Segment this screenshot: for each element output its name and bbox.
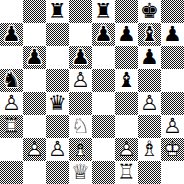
piece-white-bishop: ♝♗ [138,138,161,161]
square-h5[interactable] [161,69,184,92]
white-knight-outline-glyph: ♘ [69,115,92,138]
white-pawn-outline-glyph: ♙ [69,69,92,92]
black-pawn-fill-glyph: ♟ [115,23,138,46]
square-d1[interactable]: ♛♕ [69,161,92,184]
square-h1[interactable] [161,161,184,184]
white-pawn-outline-glyph: ♙ [46,138,69,161]
piece-white-pawn: ♟♙ [138,92,161,115]
piece-white-pawn: ♟♙ [115,138,138,161]
piece-black-queen: ♛ [46,92,69,115]
square-h4[interactable] [161,92,184,115]
piece-white-pawn: ♟♙ [69,69,92,92]
square-e1[interactable] [92,161,115,184]
square-e5[interactable] [92,69,115,92]
piece-black-pawn: ♟ [161,23,184,46]
white-king-outline-glyph: ♔ [161,138,184,161]
square-c5[interactable] [46,69,69,92]
square-e8[interactable]: ♜ [92,0,115,23]
piece-black-pawn: ♟ [138,46,161,69]
black-rook-fill-glyph: ♜ [92,0,115,23]
piece-white-king: ♚♔ [161,138,184,161]
square-b4[interactable] [23,92,46,115]
square-d5[interactable]: ♟♙ [69,69,92,92]
white-pawn-outline-glyph: ♙ [0,92,23,115]
square-f3[interactable] [115,115,138,138]
piece-black-king: ♚ [138,0,161,23]
square-a5[interactable]: ♞ [0,69,23,92]
square-b7[interactable] [23,23,46,46]
square-f2[interactable]: ♟♙ [115,138,138,161]
black-rook-fill-glyph: ♜ [46,0,69,23]
square-g2[interactable]: ♝♗ [138,138,161,161]
square-a6[interactable] [0,46,23,69]
black-pawn-fill-glyph: ♟ [161,23,184,46]
piece-black-bishop: ♝ [138,23,161,46]
black-pawn-fill-glyph: ♟ [69,46,92,69]
square-b2[interactable]: ♟♙ [23,138,46,161]
piece-white-pawn: ♟♙ [161,115,184,138]
piece-black-rook: ♜ [46,0,69,23]
piece-black-pawn: ♟ [69,46,92,69]
piece-white-queen: ♛♕ [69,161,92,184]
square-f1[interactable]: ♜♖ [115,161,138,184]
square-h6[interactable] [161,46,184,69]
white-pawn-outline-glyph: ♙ [23,138,46,161]
square-g8[interactable]: ♚ [138,0,161,23]
piece-white-pawn: ♟♙ [23,138,46,161]
black-pawn-fill-glyph: ♟ [23,46,46,69]
square-e3[interactable] [92,115,115,138]
square-f4[interactable] [115,92,138,115]
square-a7[interactable]: ♟ [0,23,23,46]
piece-black-bishop: ♝ [115,69,138,92]
piece-white-bishop: ♝♗ [69,138,92,161]
square-f6[interactable] [115,46,138,69]
white-bishop-outline-glyph: ♗ [69,138,92,161]
piece-black-rook: ♜ [92,0,115,23]
square-g5[interactable] [138,69,161,92]
square-g4[interactable]: ♟♙ [138,92,161,115]
white-pawn-outline-glyph: ♙ [138,92,161,115]
black-pawn-fill-glyph: ♟ [0,23,23,46]
square-d6[interactable]: ♟ [69,46,92,69]
piece-black-knight: ♞ [0,69,23,92]
white-bishop-outline-glyph: ♗ [138,138,161,161]
piece-black-pawn: ♟ [0,23,23,46]
square-b8[interactable] [23,0,46,23]
square-a1[interactable] [0,161,23,184]
square-d2[interactable]: ♝♗ [69,138,92,161]
square-c4[interactable]: ♛ [46,92,69,115]
black-king-fill-glyph: ♚ [138,0,161,23]
black-pawn-fill-glyph: ♟ [138,46,161,69]
square-b6[interactable]: ♟ [23,46,46,69]
white-pawn-outline-glyph: ♙ [161,115,184,138]
black-queen-fill-glyph: ♛ [46,92,69,115]
square-b3[interactable] [23,115,46,138]
piece-white-rook: ♜♖ [115,161,138,184]
piece-white-pawn: ♟♙ [0,92,23,115]
white-rook-outline-glyph: ♖ [0,115,23,138]
square-g1[interactable] [138,161,161,184]
square-a3[interactable]: ♜♖ [0,115,23,138]
square-d8[interactable] [69,0,92,23]
square-a2[interactable] [0,138,23,161]
square-c8[interactable]: ♜ [46,0,69,23]
square-h7[interactable]: ♟ [161,23,184,46]
square-c6[interactable] [46,46,69,69]
black-bishop-fill-glyph: ♝ [138,23,161,46]
piece-black-pawn: ♟ [23,46,46,69]
white-pawn-outline-glyph: ♙ [115,138,138,161]
square-d3[interactable]: ♞♘ [69,115,92,138]
square-a4[interactable]: ♟♙ [0,92,23,115]
piece-black-pawn: ♟ [115,23,138,46]
square-g7[interactable]: ♝ [138,23,161,46]
square-c2[interactable]: ♟♙ [46,138,69,161]
piece-white-rook: ♜♖ [0,115,23,138]
white-rook-outline-glyph: ♖ [115,161,138,184]
square-c3[interactable] [46,115,69,138]
square-g6[interactable]: ♟ [138,46,161,69]
black-knight-fill-glyph: ♞ [0,69,23,92]
square-f5[interactable]: ♝ [115,69,138,92]
piece-black-pawn: ♟ [92,23,115,46]
square-a8[interactable] [0,0,23,23]
black-bishop-fill-glyph: ♝ [115,69,138,92]
square-h8[interactable] [161,0,184,23]
square-d7[interactable] [69,23,92,46]
square-f8[interactable] [115,0,138,23]
square-e2[interactable] [92,138,115,161]
square-e6[interactable] [92,46,115,69]
square-b1[interactable] [23,161,46,184]
square-f7[interactable]: ♟ [115,23,138,46]
piece-white-pawn: ♟♙ [46,138,69,161]
square-e7[interactable]: ♟ [92,23,115,46]
white-queen-outline-glyph: ♕ [69,161,92,184]
black-pawn-fill-glyph: ♟ [92,23,115,46]
square-c1[interactable] [46,161,69,184]
chess-board: ♜♜♚♟♟♟♝♟♟♟♟♞♟♙♝♟♙♛♟♙♜♖♞♘♟♙♟♙♟♙♝♗♟♙♝♗♚♔♛♕… [0,0,184,184]
square-e4[interactable] [92,92,115,115]
square-h2[interactable]: ♚♔ [161,138,184,161]
square-c7[interactable] [46,23,69,46]
square-h3[interactable]: ♟♙ [161,115,184,138]
piece-white-knight: ♞♘ [69,115,92,138]
square-d4[interactable] [69,92,92,115]
square-b5[interactable] [23,69,46,92]
square-g3[interactable] [138,115,161,138]
